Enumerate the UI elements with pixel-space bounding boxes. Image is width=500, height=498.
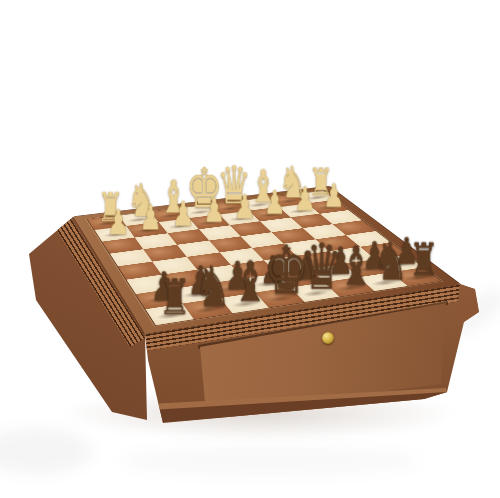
square-r1-c4: ♟ bbox=[220, 211, 261, 225]
piece-dark-king: ♚ bbox=[264, 237, 308, 304]
piece-dark-bishop: ♝ bbox=[232, 255, 269, 310]
piece-light-pawn: ♟ bbox=[140, 201, 163, 235]
piece-light-pawn: ♟ bbox=[264, 186, 286, 219]
piece-light-pawn: ♟ bbox=[172, 197, 194, 231]
piece-light-pawn: ♟ bbox=[203, 193, 225, 226]
drawer-knob bbox=[322, 332, 334, 344]
piece-light-pawn: ♟ bbox=[294, 183, 316, 216]
piece-light-pawn: ♟ bbox=[323, 179, 344, 211]
piece-dark-rook: ♜ bbox=[159, 273, 191, 322]
background-smudge bbox=[0, 428, 92, 474]
square-r1-c3: ♟ bbox=[189, 215, 230, 230]
piece-light-pawn: ♟ bbox=[234, 190, 256, 223]
piece-dark-knight: ♞ bbox=[194, 260, 231, 316]
square-r1-c0: ♟ bbox=[95, 226, 135, 241]
background-smudge bbox=[120, 446, 420, 476]
square-r1-c1: ♟ bbox=[127, 222, 167, 237]
piece-dark-rook: ♜ bbox=[409, 238, 439, 283]
piece-dark-bishop: ♝ bbox=[339, 240, 375, 294]
product-photo-scene: ♜♞♝♚♛♝♞♜♟♟♟♟♟♟♟♟♟♟♟♟♟♟♟♟♜♞♝♚♛♝♞♜ bbox=[0, 0, 500, 498]
piece-dark-knight: ♞ bbox=[373, 235, 408, 288]
piece-light-pawn: ♟ bbox=[107, 205, 130, 239]
